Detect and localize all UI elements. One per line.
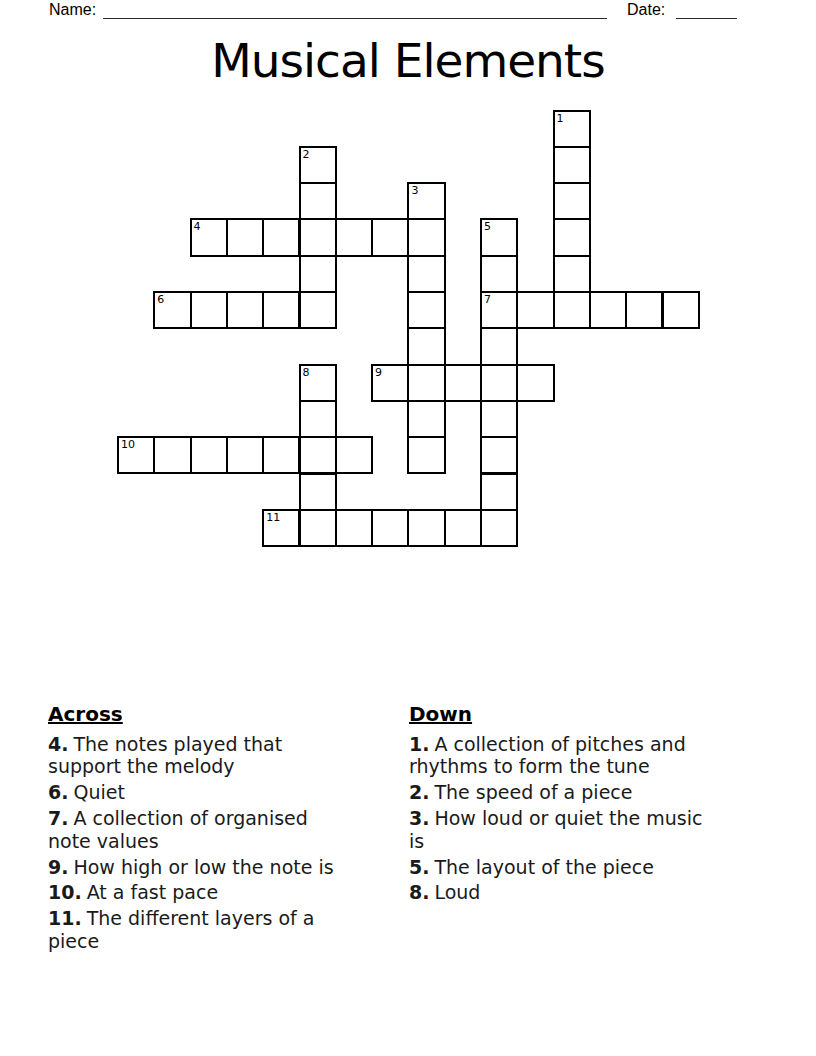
grid-cell-r2c8[interactable]: 3 — [407, 182, 445, 220]
grid-cell-r7c10[interactable] — [480, 364, 518, 402]
clue-number-8: 8 — [303, 366, 310, 379]
clue-number-4: 4 — [194, 220, 201, 233]
grid-cell-r6c10[interactable] — [480, 327, 518, 365]
clue-number-3: 3 — [411, 184, 418, 197]
grid-cell-r9c4[interactable] — [262, 436, 300, 474]
grid-cell-r11c6[interactable] — [335, 509, 373, 547]
clue-across-10: 10.At a fast pace — [48, 881, 400, 903]
grid-cell-r6c8[interactable] — [407, 327, 445, 365]
grid-cell-r7c9[interactable] — [444, 364, 482, 402]
grid-cell-r9c0[interactable]: 10 — [117, 436, 155, 474]
clue-across-4-number: 4. — [48, 733, 68, 755]
grid-cell-r9c1[interactable] — [153, 436, 191, 474]
date-blank-line[interactable] — [676, 18, 737, 20]
clue-number-1: 1 — [557, 112, 564, 125]
name-blank-line[interactable] — [103, 18, 607, 20]
date-label: Date: — [627, 0, 665, 20]
grid-cell-r11c7[interactable] — [371, 509, 409, 547]
clue-across-6-number: 6. — [48, 781, 68, 803]
grid-cell-r11c5[interactable] — [299, 509, 337, 547]
grid-cell-r0c12[interactable]: 1 — [553, 110, 591, 148]
clue-number-11: 11 — [266, 511, 280, 524]
grid-cell-r9c8[interactable] — [407, 436, 445, 474]
grid-cell-r5c4[interactable] — [262, 291, 300, 329]
down-heading: Down — [409, 702, 765, 726]
grid-cell-r5c2[interactable] — [190, 291, 228, 329]
clue-number-9: 9 — [375, 366, 382, 379]
clue-down-2-text: The speed of a piece — [434, 781, 632, 803]
grid-cell-r1c5[interactable]: 2 — [299, 146, 337, 184]
clue-across-6: 6.Quiet — [48, 781, 400, 803]
worksheet-page: Name: Date: Musical Elements 12345678910… — [0, 0, 816, 1056]
grid-cell-r9c2[interactable] — [190, 436, 228, 474]
grid-cell-r8c5[interactable] — [299, 400, 337, 438]
grid-cell-r4c8[interactable] — [407, 255, 445, 293]
clue-down-3-number: 3. — [409, 807, 429, 829]
grid-cell-r11c8[interactable] — [407, 509, 445, 547]
grid-cell-r9c6[interactable] — [335, 436, 373, 474]
grid-cell-r7c8[interactable] — [407, 364, 445, 402]
grid-cell-r10c5[interactable] — [299, 473, 337, 511]
across-clues-section: Across 4.The notes played that support t… — [48, 702, 400, 956]
grid-cell-r9c5[interactable] — [299, 436, 337, 474]
clue-across-10-number: 10. — [48, 881, 82, 903]
clue-across-7-number: 7. — [48, 807, 68, 829]
grid-cell-r5c14[interactable] — [625, 291, 663, 329]
grid-cell-r8c10[interactable] — [480, 400, 518, 438]
clue-across-7-text: A collection of organised note values — [48, 807, 308, 851]
grid-cell-r2c12[interactable] — [553, 182, 591, 220]
grid-cell-r5c15[interactable] — [662, 291, 700, 329]
grid-cell-r5c1[interactable]: 6 — [153, 291, 191, 329]
clue-down-3-text: How loud or quiet the music is — [409, 807, 702, 851]
grid-cell-r7c11[interactable] — [516, 364, 554, 402]
clue-across-9: 9.How high or low the note is — [48, 856, 400, 878]
clue-across-11-text: The different layers of a piece — [48, 907, 314, 951]
clue-number-6: 6 — [157, 293, 164, 306]
clue-across-11-number: 11. — [48, 907, 82, 929]
grid-cell-r3c10[interactable]: 5 — [480, 218, 518, 256]
grid-cell-r3c4[interactable] — [262, 218, 300, 256]
grid-cell-r8c8[interactable] — [407, 400, 445, 438]
grid-cell-r3c3[interactable] — [226, 218, 264, 256]
clue-down-1-text: A collection of pitches and rhythms to f… — [409, 733, 686, 777]
grid-cell-r11c10[interactable] — [480, 509, 518, 547]
clue-down-8: 8.Loud — [409, 881, 765, 903]
clue-number-10: 10 — [121, 438, 135, 451]
grid-cell-r3c6[interactable] — [335, 218, 373, 256]
clue-across-4: 4.The notes played that support the melo… — [48, 733, 400, 778]
grid-cell-r5c10[interactable]: 7 — [480, 291, 518, 329]
clue-down-8-number: 8. — [409, 881, 429, 903]
clue-across-9-text: How high or low the note is — [73, 856, 333, 878]
grid-cell-r4c12[interactable] — [553, 255, 591, 293]
clue-down-5-number: 5. — [409, 856, 429, 878]
grid-cell-r5c11[interactable] — [516, 291, 554, 329]
grid-cell-r5c5[interactable] — [299, 291, 337, 329]
across-heading: Across — [48, 702, 400, 726]
down-clues-section: Down 1.A collection of pitches and rhyth… — [409, 702, 765, 907]
clue-down-8-text: Loud — [434, 881, 480, 903]
clue-across-9-number: 9. — [48, 856, 68, 878]
grid-cell-r11c4[interactable]: 11 — [262, 509, 300, 547]
grid-cell-r1c12[interactable] — [553, 146, 591, 184]
grid-cell-r5c8[interactable] — [407, 291, 445, 329]
clue-across-11: 11.The different layers of a piece — [48, 907, 400, 952]
grid-cell-r3c12[interactable] — [553, 218, 591, 256]
grid-cell-r3c5[interactable] — [299, 218, 337, 256]
clue-number-5: 5 — [484, 220, 491, 233]
clue-number-7: 7 — [484, 293, 491, 306]
clue-across-4-text: The notes played that support the melody — [48, 733, 282, 777]
clue-number-2: 2 — [303, 148, 310, 161]
clue-down-2: 2.The speed of a piece — [409, 781, 765, 803]
grid-cell-r9c10[interactable] — [480, 436, 518, 474]
clue-down-1-number: 1. — [409, 733, 429, 755]
grid-cell-r3c7[interactable] — [371, 218, 409, 256]
grid-cell-r4c5[interactable] — [299, 255, 337, 293]
grid-cell-r5c13[interactable] — [589, 291, 627, 329]
grid-cell-r9c3[interactable] — [226, 436, 264, 474]
grid-cell-r7c5[interactable]: 8 — [299, 364, 337, 402]
grid-cell-r4c10[interactable] — [480, 255, 518, 293]
clue-across-10-text: At a fast pace — [87, 881, 218, 903]
clue-down-5-text: The layout of the piece — [434, 856, 653, 878]
grid-cell-r7c7[interactable]: 9 — [371, 364, 409, 402]
clue-across-6-text: Quiet — [73, 781, 124, 803]
clue-down-1: 1.A collection of pitches and rhythms to… — [409, 733, 765, 778]
puzzle-title: Musical Elements — [0, 31, 816, 91]
grid-cell-r2c5[interactable] — [299, 182, 337, 220]
grid-cell-r3c8[interactable] — [407, 218, 445, 256]
crossword-grid: 1234567891011 — [118, 111, 699, 547]
clue-down-5: 5.The layout of the piece — [409, 856, 765, 878]
grid-cell-r11c9[interactable] — [444, 509, 482, 547]
clue-across-7: 7.A collection of organised note values — [48, 807, 400, 852]
grid-cell-r3c2[interactable]: 4 — [190, 218, 228, 256]
clue-down-3: 3.How loud or quiet the music is — [409, 807, 765, 852]
grid-cell-r10c10[interactable] — [480, 473, 518, 511]
grid-cell-r5c12[interactable] — [553, 291, 591, 329]
name-label: Name: — [49, 0, 96, 20]
clue-down-2-number: 2. — [409, 781, 429, 803]
grid-cell-r5c3[interactable] — [226, 291, 264, 329]
